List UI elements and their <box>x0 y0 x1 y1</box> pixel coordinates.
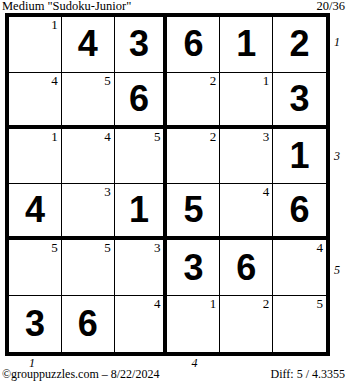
cell-r6c6[interactable]: 5 <box>273 296 326 352</box>
cell-r3c6[interactable]: 1 <box>273 129 326 185</box>
corner-hint: 5 <box>51 240 58 255</box>
cell-r2c6[interactable]: 3 <box>273 73 326 129</box>
cell-r3c4[interactable]: 2 <box>167 129 220 185</box>
corner-hint: 4 <box>154 296 161 311</box>
given-digit: 2 <box>290 26 310 62</box>
cell-r6c2[interactable]: 6 <box>62 296 115 352</box>
cell-r5c3[interactable]: 3 <box>115 240 168 296</box>
cell-r2c2[interactable]: 5 <box>62 73 115 129</box>
corner-hint: 1 <box>263 73 270 88</box>
given-digit: 4 <box>78 26 98 62</box>
cell-r1c6[interactable]: 2 <box>273 17 326 73</box>
given-digit: 3 <box>25 306 45 342</box>
cell-r3c5[interactable]: 3 <box>220 129 273 185</box>
given-digit: 3 <box>129 26 149 62</box>
cell-r5c4[interactable]: 3 <box>167 240 220 296</box>
given-digit: 1 <box>129 192 149 228</box>
given-digit: 1 <box>236 26 256 62</box>
row-label-1: 1 <box>334 36 340 48</box>
given-digit: 3 <box>183 250 203 286</box>
corner-hint: 5 <box>316 296 323 311</box>
cell-r1c3[interactable]: 3 <box>115 17 168 73</box>
given-digit: 6 <box>183 26 203 62</box>
row-label-3: 3 <box>334 150 340 162</box>
given-digit: 1 <box>290 138 310 174</box>
cell-r1c1[interactable]: 1 <box>9 17 62 73</box>
footer: ©grouppuzzles.com – 8/22/2024 Diff: 5 / … <box>2 368 345 381</box>
corner-hint: 1 <box>51 129 58 144</box>
cell-r4c6[interactable]: 6 <box>273 184 326 240</box>
cell-r2c5[interactable]: 1 <box>220 73 273 129</box>
corner-hint: 5 <box>104 73 111 88</box>
row-label-5: 5 <box>334 264 340 276</box>
corner-hint: 4 <box>104 129 111 144</box>
cell-r2c3[interactable]: 6 <box>115 73 168 129</box>
corner-hint: 2 <box>210 129 217 144</box>
corner-hint: 4 <box>51 73 58 88</box>
corner-hint: 3 <box>104 184 111 199</box>
given-digit: 6 <box>78 306 98 342</box>
given-digit: 4 <box>25 192 45 228</box>
cell-r6c3[interactable]: 4 <box>115 296 168 352</box>
given-digit: 6 <box>236 250 256 286</box>
given-digit: 5 <box>183 192 203 228</box>
copyright-text: ©grouppuzzles.com – 8/22/2024 <box>2 368 159 381</box>
corner-hint: 2 <box>263 296 270 311</box>
row-coordinates: 135 <box>333 13 347 356</box>
cell-r1c4[interactable]: 6 <box>167 17 220 73</box>
corner-hint: 4 <box>316 240 323 255</box>
cell-r6c4[interactable]: 1 <box>167 296 220 352</box>
corner-hint: 5 <box>154 129 161 144</box>
corner-hint: 3 <box>154 240 161 255</box>
cell-r5c1[interactable]: 5 <box>9 240 62 296</box>
cell-r3c1[interactable]: 1 <box>9 129 62 185</box>
cell-r5c2[interactable]: 5 <box>62 240 115 296</box>
header: Medium "Sudoku-Junior" 20/36 <box>2 0 345 13</box>
cell-r4c3[interactable]: 1 <box>115 184 168 240</box>
difficulty-text: Diff: 5 / 4.3355 <box>271 368 345 381</box>
cell-r1c2[interactable]: 4 <box>62 17 115 73</box>
cell-r2c4[interactable]: 2 <box>167 73 220 129</box>
cell-r5c5[interactable]: 6 <box>220 240 273 296</box>
cell-r3c3[interactable]: 5 <box>115 129 168 185</box>
puzzle-counter: 20/36 <box>317 0 345 13</box>
cell-r6c5[interactable]: 2 <box>220 296 273 352</box>
puzzle-page: Medium "Sudoku-Junior" 20/36 14361245621… <box>0 0 347 381</box>
given-digit: 3 <box>290 81 310 117</box>
corner-hint: 1 <box>51 17 58 32</box>
cell-r2c1[interactable]: 4 <box>9 73 62 129</box>
cell-r3c2[interactable]: 4 <box>62 129 115 185</box>
corner-hint: 3 <box>263 129 270 144</box>
cell-r4c1[interactable]: 4 <box>9 184 62 240</box>
cell-r5c6[interactable]: 4 <box>273 240 326 296</box>
cell-r4c5[interactable]: 4 <box>220 184 273 240</box>
cell-r1c5[interactable]: 1 <box>220 17 273 73</box>
board-area: 143612456213145231431546553364364125 <box>5 13 330 356</box>
corner-hint: 5 <box>104 240 111 255</box>
cell-r6c1[interactable]: 3 <box>9 296 62 352</box>
cell-r4c2[interactable]: 3 <box>62 184 115 240</box>
corner-hint: 1 <box>210 296 217 311</box>
corner-hint: 4 <box>263 184 270 199</box>
corner-hint: 2 <box>210 73 217 88</box>
cell-r4c4[interactable]: 5 <box>167 184 220 240</box>
puzzle-title: Medium "Sudoku-Junior" <box>2 0 131 13</box>
board: 143612456213145231431546553364364125 <box>5 13 330 356</box>
given-digit: 6 <box>290 192 310 228</box>
given-digit: 6 <box>129 81 149 117</box>
